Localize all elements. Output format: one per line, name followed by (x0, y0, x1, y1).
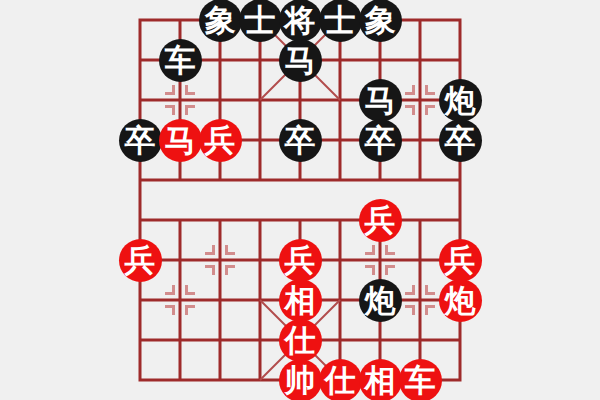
piece-red-soldier[interactable]: 兵 (439, 239, 482, 282)
piece-black-elephant[interactable]: 象 (359, 0, 402, 42)
piece-red-elephant[interactable]: 相 (279, 279, 322, 322)
piece-red-chariot[interactable]: 车 (399, 359, 442, 400)
piece-black-horse[interactable]: 马 (359, 79, 402, 122)
piece-black-soldier[interactable]: 卒 (359, 119, 402, 162)
piece-black-elephant[interactable]: 象 (199, 0, 242, 42)
piece-red-advisor[interactable]: 仕 (279, 319, 322, 362)
piece-black-general[interactable]: 将 (279, 0, 322, 42)
piece-red-horse[interactable]: 马 (159, 119, 202, 162)
xiangqi-board: 象士将士象车马马炮卒马兵卒卒卒兵兵兵兵相炮炮仕帅仕相车 (0, 0, 600, 400)
piece-black-soldier[interactable]: 卒 (119, 119, 162, 162)
piece-red-advisor[interactable]: 仕 (319, 359, 362, 400)
board-grid[interactable]: 象士将士象车马马炮卒马兵卒卒卒兵兵兵兵相炮炮仕帅仕相车 (120, 0, 480, 400)
piece-red-cannon[interactable]: 炮 (439, 279, 482, 322)
piece-black-advisor[interactable]: 士 (239, 0, 282, 42)
piece-black-cannon[interactable]: 炮 (359, 279, 402, 322)
piece-red-general[interactable]: 帅 (279, 359, 322, 400)
piece-red-soldier[interactable]: 兵 (119, 239, 162, 282)
piece-red-elephant[interactable]: 相 (359, 359, 402, 400)
piece-red-soldier[interactable]: 兵 (359, 199, 402, 242)
piece-black-soldier[interactable]: 卒 (439, 119, 482, 162)
piece-black-horse[interactable]: 马 (279, 39, 322, 82)
piece-red-soldier[interactable]: 兵 (279, 239, 322, 282)
piece-black-advisor[interactable]: 士 (319, 0, 362, 42)
piece-black-soldier[interactable]: 卒 (279, 119, 322, 162)
piece-red-soldier[interactable]: 兵 (199, 119, 242, 162)
piece-black-chariot[interactable]: 车 (159, 39, 202, 82)
piece-black-cannon[interactable]: 炮 (439, 79, 482, 122)
